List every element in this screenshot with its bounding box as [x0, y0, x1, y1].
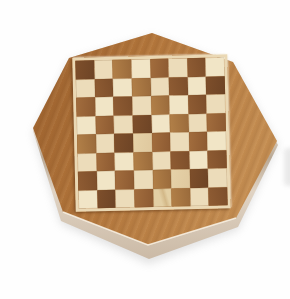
board-square[interactable]	[116, 189, 135, 208]
board-square[interactable]	[132, 115, 151, 134]
board-square[interactable]	[208, 168, 227, 187]
board-square[interactable]	[94, 78, 113, 97]
board-square[interactable]	[171, 151, 190, 170]
board-square[interactable]	[169, 77, 188, 96]
board-square[interactable]	[169, 95, 188, 114]
background-artifact	[284, 148, 290, 186]
board-square[interactable]	[96, 134, 115, 153]
board-square[interactable]	[133, 133, 152, 152]
board-square[interactable]	[78, 190, 97, 209]
board-square[interactable]	[152, 133, 171, 152]
chess-board	[72, 54, 230, 211]
board-square[interactable]	[75, 60, 94, 79]
board-square[interactable]	[170, 114, 189, 133]
board-square[interactable]	[188, 113, 207, 132]
board-square[interactable]	[113, 59, 132, 78]
board-square[interactable]	[150, 77, 169, 96]
board-square[interactable]	[134, 188, 153, 207]
board-square[interactable]	[77, 153, 96, 172]
board-square[interactable]	[207, 131, 226, 150]
board-square[interactable]	[209, 187, 228, 206]
board-square[interactable]	[115, 170, 134, 189]
board-square[interactable]	[151, 96, 170, 115]
board-square[interactable]	[96, 152, 115, 171]
board-square[interactable]	[206, 76, 225, 95]
board-square[interactable]	[152, 170, 171, 189]
board-square[interactable]	[187, 58, 206, 77]
board-square[interactable]	[76, 79, 95, 98]
board-square[interactable]	[171, 169, 190, 188]
board-square[interactable]	[189, 150, 208, 169]
board-square[interactable]	[97, 189, 116, 208]
board-square[interactable]	[94, 60, 113, 79]
board-square[interactable]	[189, 132, 208, 151]
board-square[interactable]	[95, 97, 114, 116]
board-square[interactable]	[168, 58, 187, 77]
board-square[interactable]	[133, 151, 152, 170]
board-square[interactable]	[207, 94, 226, 113]
board-square[interactable]	[151, 114, 170, 133]
board-square[interactable]	[113, 78, 132, 97]
board-square[interactable]	[153, 188, 172, 207]
board-square[interactable]	[77, 116, 96, 135]
board-square[interactable]	[132, 96, 151, 115]
board-square[interactable]	[115, 152, 134, 171]
board-square[interactable]	[77, 134, 96, 153]
board-square[interactable]	[187, 76, 206, 95]
board-square[interactable]	[134, 170, 153, 189]
board-square[interactable]	[170, 132, 189, 151]
board-square[interactable]	[150, 59, 169, 78]
board-square[interactable]	[132, 78, 151, 97]
board-square[interactable]	[152, 151, 171, 170]
board-square[interactable]	[114, 133, 133, 152]
board-square[interactable]	[171, 188, 190, 207]
board-square[interactable]	[190, 187, 209, 206]
board-square[interactable]	[76, 97, 95, 116]
board-square[interactable]	[188, 95, 207, 114]
board-square[interactable]	[78, 171, 97, 190]
board-square[interactable]	[114, 115, 133, 134]
board-square[interactable]	[96, 171, 115, 190]
board-square[interactable]	[95, 115, 114, 134]
board-square[interactable]	[131, 59, 150, 78]
board-square[interactable]	[190, 169, 209, 188]
board-square[interactable]	[113, 96, 132, 115]
board-square[interactable]	[208, 150, 227, 169]
photo-scene	[0, 0, 290, 299]
board-square[interactable]	[207, 113, 226, 132]
board-square[interactable]	[206, 57, 225, 76]
